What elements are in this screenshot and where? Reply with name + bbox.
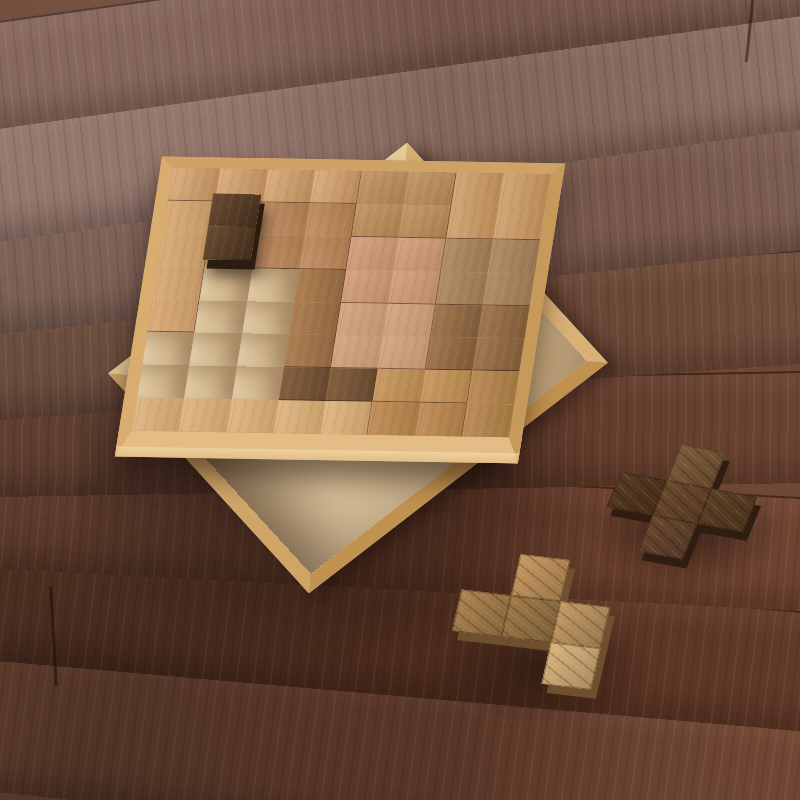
puzzle-piece-I[interactable] <box>294 269 346 303</box>
puzzle-piece-A[interactable] <box>310 170 362 204</box>
puzzle-piece-P[interactable] <box>273 400 325 434</box>
puzzle-piece-P[interactable] <box>226 399 278 433</box>
puzzle-piece-G[interactable] <box>388 270 440 304</box>
tray-base-empty-cell <box>231 367 283 401</box>
puzzle-piece-N[interactable] <box>373 369 425 403</box>
tray-base-empty-cell <box>142 332 194 366</box>
tray-base-empty-cell <box>189 333 241 367</box>
puzzle-piece-E[interactable] <box>203 226 255 260</box>
puzzle-piece-F[interactable] <box>304 203 356 237</box>
loose-piece-f-pentomino[interactable] <box>442 548 619 689</box>
tray-base-empty-cell <box>247 268 299 302</box>
puzzle-piece-O[interactable] <box>467 371 519 405</box>
puzzle-piece-C[interactable] <box>451 173 503 207</box>
puzzle-piece-Q[interactable] <box>415 403 467 437</box>
puzzle-board <box>132 168 551 438</box>
puzzle-piece-M[interactable] <box>278 367 330 401</box>
puzzle-piece-C[interactable] <box>446 206 498 240</box>
puzzle-piece-K[interactable] <box>331 335 383 369</box>
puzzle-piece-G[interactable] <box>341 270 393 304</box>
puzzle-piece-I[interactable] <box>289 302 341 336</box>
puzzle-piece-I[interactable] <box>284 335 336 369</box>
puzzle-piece-K[interactable] <box>336 303 388 337</box>
tray-base-empty-cell <box>242 301 294 335</box>
puzzle-piece-P[interactable] <box>179 399 231 433</box>
puzzle-piece-F[interactable] <box>299 236 351 270</box>
puzzle-piece-B[interactable] <box>352 204 404 238</box>
tray-base-empty-cell <box>200 267 252 301</box>
puzzle-piece-N[interactable] <box>420 370 472 404</box>
puzzle-piece-P[interactable] <box>132 398 184 432</box>
tray-base-empty-cell <box>195 300 247 334</box>
puzzle-piece-D[interactable] <box>147 299 199 333</box>
puzzle-piece-H[interactable] <box>435 271 487 305</box>
puzzle-piece-D[interactable] <box>153 266 205 300</box>
puzzle-piece-D[interactable] <box>158 233 210 267</box>
puzzle-piece-L[interactable] <box>472 338 524 372</box>
F-pentomino-cube[interactable] <box>541 643 600 690</box>
puzzle-piece-K[interactable] <box>383 303 435 337</box>
puzzle-piece-M[interactable] <box>326 368 378 402</box>
puzzle-piece-B[interactable] <box>357 171 409 205</box>
puzzle-piece-H[interactable] <box>483 272 535 306</box>
puzzle-piece-B[interactable] <box>404 172 456 206</box>
puzzle-piece-E[interactable] <box>208 193 260 227</box>
puzzle-piece-G[interactable] <box>346 237 398 271</box>
puzzle-piece-F[interactable] <box>257 202 309 236</box>
tray-base-empty-cell <box>137 365 189 399</box>
puzzle-piece-G[interactable] <box>394 238 446 272</box>
puzzle-tray[interactable] <box>115 156 565 463</box>
puzzle-piece-K[interactable] <box>378 336 430 370</box>
puzzle-piece-L[interactable] <box>425 337 477 371</box>
tray-base-empty-cell <box>237 334 289 368</box>
puzzle-piece-L[interactable] <box>430 304 482 338</box>
puzzle-piece-P[interactable] <box>320 401 372 435</box>
scene <box>0 0 800 800</box>
F-pentomino-gap <box>561 560 620 607</box>
puzzle-piece-L[interactable] <box>477 305 529 339</box>
tray-base-empty-cell <box>184 366 236 400</box>
puzzle-piece-H[interactable] <box>488 239 540 273</box>
puzzle-piece-F[interactable] <box>252 235 304 269</box>
puzzle-piece-H[interactable] <box>441 238 493 272</box>
puzzle-piece-A[interactable] <box>263 169 315 203</box>
puzzle-piece-C[interactable] <box>498 173 550 207</box>
puzzle-piece-Q[interactable] <box>368 402 420 436</box>
puzzle-piece-O[interactable] <box>462 404 514 438</box>
puzzle-piece-B[interactable] <box>399 205 451 239</box>
F-pentomino-cube[interactable] <box>551 601 610 648</box>
puzzle-piece-C[interactable] <box>493 206 545 240</box>
